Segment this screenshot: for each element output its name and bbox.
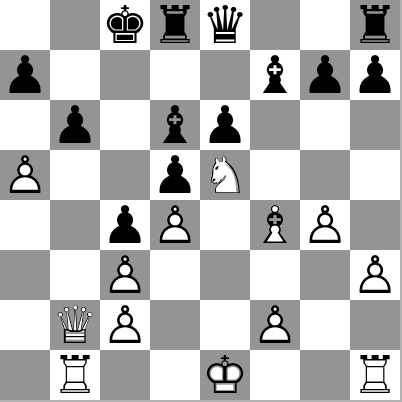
square-d1[interactable] <box>150 350 200 400</box>
piece-black-king[interactable]: ♚ <box>100 0 150 50</box>
piece-white-pawn[interactable]: ♟♙ <box>300 200 350 250</box>
square-b7[interactable] <box>50 50 100 100</box>
square-g1[interactable] <box>300 350 350 400</box>
square-c3[interactable]: ♟♙ <box>100 250 150 300</box>
square-f1[interactable] <box>250 350 300 400</box>
square-d4[interactable]: ♟♙ <box>150 200 200 250</box>
king-glyph-outline: ♔ <box>200 350 250 400</box>
piece-white-rook[interactable]: ♜♖ <box>50 350 100 400</box>
knight-glyph-outline: ♘ <box>200 150 250 200</box>
square-c5[interactable] <box>100 150 150 200</box>
square-a8[interactable] <box>0 0 50 50</box>
square-h2[interactable] <box>350 300 400 350</box>
bishop-glyph: ♝ <box>150 100 200 150</box>
square-a5[interactable]: ♟♙ <box>0 150 50 200</box>
pawn-glyph: ♟ <box>150 150 200 200</box>
piece-white-pawn[interactable]: ♟♙ <box>100 250 150 300</box>
piece-black-bishop[interactable]: ♝ <box>150 100 200 150</box>
piece-white-rook[interactable]: ♜♖ <box>350 350 400 400</box>
square-g6[interactable] <box>300 100 350 150</box>
square-c4[interactable]: ♟ <box>100 200 150 250</box>
square-a7[interactable]: ♟ <box>0 50 50 100</box>
piece-white-pawn[interactable]: ♟♙ <box>100 300 150 350</box>
square-e3[interactable] <box>200 250 250 300</box>
piece-white-pawn[interactable]: ♟♙ <box>0 150 50 200</box>
piece-white-bishop[interactable]: ♝♗ <box>250 200 300 250</box>
piece-black-pawn[interactable]: ♟ <box>0 50 50 100</box>
square-h8[interactable]: ♜ <box>350 0 400 50</box>
bishop-glyph: ♝ <box>250 50 300 100</box>
square-g2[interactable] <box>300 300 350 350</box>
square-f7[interactable]: ♝ <box>250 50 300 100</box>
pawn-glyph-outline: ♙ <box>0 150 50 200</box>
pawn-glyph: ♟ <box>50 100 100 150</box>
pawn-glyph-outline: ♙ <box>150 200 200 250</box>
square-a1[interactable] <box>0 350 50 400</box>
square-b3[interactable] <box>50 250 100 300</box>
square-g4[interactable]: ♟♙ <box>300 200 350 250</box>
square-g8[interactable] <box>300 0 350 50</box>
piece-black-pawn[interactable]: ♟ <box>50 100 100 150</box>
chess-board-window: ♚♜♛♜♟♝♟♟♟♝♟♟♙♟♞♘♟♟♙♝♗♟♙♟♙♟♙♛♕♟♙♟♙♜♖♚♔♜♖ <box>0 0 402 402</box>
square-b1[interactable]: ♜♖ <box>50 350 100 400</box>
pawn-glyph-outline: ♙ <box>100 250 150 300</box>
square-b5[interactable] <box>50 150 100 200</box>
square-h4[interactable] <box>350 200 400 250</box>
pawn-glyph: ♟ <box>100 200 150 250</box>
piece-black-pawn[interactable]: ♟ <box>300 50 350 100</box>
square-e2[interactable] <box>200 300 250 350</box>
square-c2[interactable]: ♟♙ <box>100 300 150 350</box>
square-f6[interactable] <box>250 100 300 150</box>
rook-glyph-outline: ♖ <box>50 350 100 400</box>
square-b4[interactable] <box>50 200 100 250</box>
queen-glyph-outline: ♕ <box>50 300 100 350</box>
square-h7[interactable]: ♟ <box>350 50 400 100</box>
piece-white-pawn[interactable]: ♟♙ <box>350 250 400 300</box>
piece-white-pawn[interactable]: ♟♙ <box>250 300 300 350</box>
square-d2[interactable] <box>150 300 200 350</box>
piece-black-pawn[interactable]: ♟ <box>350 50 400 100</box>
square-e8[interactable]: ♛ <box>200 0 250 50</box>
king-glyph: ♚ <box>100 0 150 50</box>
square-a3[interactable] <box>0 250 50 300</box>
piece-white-pawn[interactable]: ♟♙ <box>150 200 200 250</box>
square-e1[interactable]: ♚♔ <box>200 350 250 400</box>
square-h5[interactable] <box>350 150 400 200</box>
square-g3[interactable] <box>300 250 350 300</box>
square-d3[interactable] <box>150 250 200 300</box>
pawn-glyph-outline: ♙ <box>250 300 300 350</box>
piece-white-knight[interactable]: ♞♘ <box>200 150 250 200</box>
piece-black-pawn[interactable]: ♟ <box>200 100 250 150</box>
piece-black-rook[interactable]: ♜ <box>350 0 400 50</box>
square-a4[interactable] <box>0 200 50 250</box>
square-c7[interactable] <box>100 50 150 100</box>
piece-black-pawn[interactable]: ♟ <box>100 200 150 250</box>
rook-glyph-outline: ♖ <box>350 350 400 400</box>
square-f4[interactable]: ♝♗ <box>250 200 300 250</box>
pawn-glyph: ♟ <box>350 50 400 100</box>
queen-glyph: ♛ <box>200 0 250 50</box>
pawn-glyph-outline: ♙ <box>350 250 400 300</box>
piece-black-pawn[interactable]: ♟ <box>150 150 200 200</box>
piece-white-queen[interactable]: ♛♕ <box>50 300 100 350</box>
bishop-glyph-outline: ♗ <box>250 200 300 250</box>
pawn-glyph-outline: ♙ <box>300 200 350 250</box>
square-h3[interactable]: ♟♙ <box>350 250 400 300</box>
square-f5[interactable] <box>250 150 300 200</box>
square-c8[interactable]: ♚ <box>100 0 150 50</box>
square-b6[interactable]: ♟ <box>50 100 100 150</box>
square-c1[interactable] <box>100 350 150 400</box>
square-d5[interactable]: ♟ <box>150 150 200 200</box>
square-e5[interactable]: ♞♘ <box>200 150 250 200</box>
pawn-glyph-outline: ♙ <box>100 300 150 350</box>
square-e7[interactable] <box>200 50 250 100</box>
square-e4[interactable] <box>200 200 250 250</box>
square-b8[interactable] <box>50 0 100 50</box>
rook-glyph: ♜ <box>350 0 400 50</box>
square-a6[interactable] <box>0 100 50 150</box>
square-d7[interactable] <box>150 50 200 100</box>
piece-white-king[interactable]: ♚♔ <box>200 350 250 400</box>
pawn-glyph: ♟ <box>300 50 350 100</box>
square-d8[interactable]: ♜ <box>150 0 200 50</box>
square-f3[interactable] <box>250 250 300 300</box>
square-b2[interactable]: ♛♕ <box>50 300 100 350</box>
square-h6[interactable] <box>350 100 400 150</box>
piece-black-bishop[interactable]: ♝ <box>250 50 300 100</box>
square-f8[interactable] <box>250 0 300 50</box>
square-e6[interactable]: ♟ <box>200 100 250 150</box>
pawn-glyph: ♟ <box>0 50 50 100</box>
chess-board: ♚♜♛♜♟♝♟♟♟♝♟♟♙♟♞♘♟♟♙♝♗♟♙♟♙♟♙♛♕♟♙♟♙♜♖♚♔♜♖ <box>0 0 400 400</box>
square-h1[interactable]: ♜♖ <box>350 350 400 400</box>
square-a2[interactable] <box>0 300 50 350</box>
pawn-glyph: ♟ <box>200 100 250 150</box>
square-d6[interactable]: ♝ <box>150 100 200 150</box>
square-f2[interactable]: ♟♙ <box>250 300 300 350</box>
rook-glyph: ♜ <box>150 0 200 50</box>
square-g5[interactable] <box>300 150 350 200</box>
piece-black-queen[interactable]: ♛ <box>200 0 250 50</box>
piece-black-rook[interactable]: ♜ <box>150 0 200 50</box>
square-g7[interactable]: ♟ <box>300 50 350 100</box>
square-c6[interactable] <box>100 100 150 150</box>
